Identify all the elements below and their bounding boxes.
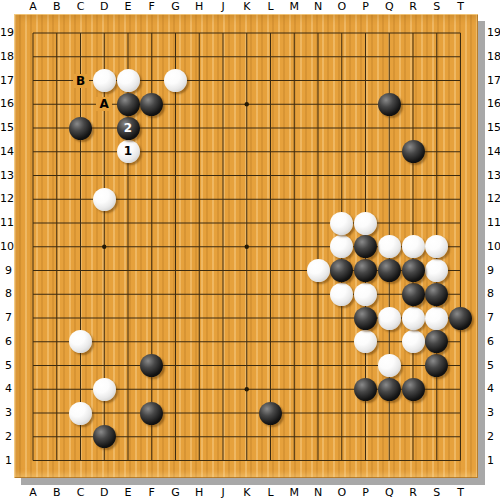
coord-left-12: 12	[0, 192, 12, 206]
stone-white-D4	[93, 378, 116, 401]
coord-top-Q: Q	[380, 0, 398, 14]
coord-left-5: 5	[0, 359, 12, 373]
coord-right-8: 8	[487, 287, 500, 301]
coord-top-L: L	[262, 0, 280, 14]
coord-bottom-J: J	[214, 486, 232, 500]
coord-top-H: H	[190, 0, 208, 14]
coord-left-6: 6	[0, 335, 12, 349]
stone-black-F16	[140, 93, 163, 116]
coord-bottom-D: D	[95, 486, 113, 500]
coord-top-F: F	[143, 0, 161, 14]
coord-right-14: 14	[487, 145, 500, 159]
coord-right-10: 10	[487, 240, 500, 254]
coord-top-M: M	[285, 0, 303, 14]
coord-top-R: R	[404, 0, 422, 14]
coord-bottom-N: N	[309, 486, 327, 500]
coord-bottom-R: R	[404, 486, 422, 500]
coord-bottom-Q: Q	[380, 486, 398, 500]
coord-bottom-B: B	[48, 486, 66, 500]
coord-top-E: E	[119, 0, 137, 14]
coord-top-D: D	[95, 0, 113, 14]
stone-white-Q10	[378, 235, 401, 258]
stone-black-E16	[117, 93, 140, 116]
coord-top-G: G	[167, 0, 185, 14]
coord-right-4: 4	[487, 382, 500, 396]
star-point-K10	[245, 245, 249, 249]
coord-bottom-P: P	[357, 486, 375, 500]
point-label-A-D16: A	[96, 97, 112, 111]
stone-black-Q16	[378, 93, 401, 116]
stone-black-P9	[354, 259, 377, 282]
coord-bottom-G: G	[167, 486, 185, 500]
coord-right-11: 11	[487, 216, 500, 230]
stone-black-R14	[402, 140, 425, 163]
coord-right-9: 9	[487, 264, 500, 278]
stone-white-S7	[425, 307, 448, 330]
stone-black-P7	[354, 307, 377, 330]
stone-white-O11	[330, 212, 353, 235]
coord-left-14: 14	[0, 145, 12, 159]
coord-right-17: 17	[487, 74, 500, 88]
stone-white-P8	[354, 283, 377, 306]
coord-right-6: 6	[487, 335, 500, 349]
coord-bottom-E: E	[119, 486, 137, 500]
coord-right-15: 15	[487, 121, 500, 135]
go-board[interactable]: 12BA	[14, 14, 478, 478]
coord-left-9: 9	[0, 264, 12, 278]
coord-bottom-S: S	[428, 486, 446, 500]
coord-left-2: 2	[0, 430, 12, 444]
coord-top-B: B	[48, 0, 66, 14]
stone-black-D2	[93, 425, 116, 448]
stone-white-O8	[330, 283, 353, 306]
coord-left-17: 17	[0, 74, 12, 88]
stone-white-E14-move-1: 1	[117, 140, 140, 163]
stone-white-C3	[69, 402, 92, 425]
stone-white-Q5	[378, 354, 401, 377]
coord-top-T: T	[452, 0, 470, 14]
stone-white-Q7	[378, 307, 401, 330]
star-point-K16	[245, 102, 249, 106]
coord-right-1: 1	[487, 454, 500, 468]
coord-left-8: 8	[0, 287, 12, 301]
stone-black-Q9	[378, 259, 401, 282]
coord-left-3: 3	[0, 406, 12, 420]
stone-white-R6	[402, 330, 425, 353]
coord-left-18: 18	[0, 50, 12, 64]
stone-black-F3	[140, 402, 163, 425]
coord-top-A: A	[24, 0, 42, 14]
stone-black-C15	[69, 117, 92, 140]
stone-black-E15-move-2: 2	[117, 117, 140, 140]
coord-right-16: 16	[487, 97, 500, 111]
stone-white-N9	[307, 259, 330, 282]
coord-right-13: 13	[487, 169, 500, 183]
coord-bottom-L: L	[262, 486, 280, 500]
stone-black-Q4	[378, 378, 401, 401]
coord-bottom-K: K	[238, 486, 256, 500]
stone-white-G17	[164, 69, 187, 92]
coord-left-13: 13	[0, 169, 12, 183]
coord-top-O: O	[333, 0, 351, 14]
coord-bottom-M: M	[285, 486, 303, 500]
stone-black-R9	[402, 259, 425, 282]
coord-top-N: N	[309, 0, 327, 14]
stone-white-E17	[117, 69, 140, 92]
coord-left-4: 4	[0, 382, 12, 396]
coord-right-18: 18	[487, 50, 500, 64]
coord-top-C: C	[72, 0, 90, 14]
coord-top-P: P	[357, 0, 375, 14]
coord-top-S: S	[428, 0, 446, 14]
coord-left-1: 1	[0, 454, 12, 468]
coord-right-3: 3	[487, 406, 500, 420]
stone-white-D17	[93, 69, 116, 92]
coord-bottom-T: T	[452, 486, 470, 500]
coord-bottom-O: O	[333, 486, 351, 500]
stone-black-S8	[425, 283, 448, 306]
coord-right-7: 7	[487, 311, 500, 325]
coord-right-19: 19	[487, 26, 500, 40]
coord-right-5: 5	[487, 359, 500, 373]
coord-bottom-F: F	[143, 486, 161, 500]
stone-black-R4	[402, 378, 425, 401]
coord-left-16: 16	[0, 97, 12, 111]
stone-white-R10	[402, 235, 425, 258]
coord-left-7: 7	[0, 311, 12, 325]
stone-white-P11	[354, 212, 377, 235]
coord-bottom-H: H	[190, 486, 208, 500]
coord-bottom-C: C	[72, 486, 90, 500]
stone-black-R8	[402, 283, 425, 306]
coord-left-19: 19	[0, 26, 12, 40]
star-point-K4	[245, 387, 249, 391]
coord-bottom-A: A	[24, 486, 42, 500]
coord-left-10: 10	[0, 240, 12, 254]
stone-black-L3	[259, 402, 282, 425]
coord-left-15: 15	[0, 121, 12, 135]
coord-top-J: J	[214, 0, 232, 14]
star-point-D10	[102, 245, 106, 249]
stone-white-R7	[402, 307, 425, 330]
coord-right-2: 2	[487, 430, 500, 444]
stone-white-D12	[93, 188, 116, 211]
coord-left-11: 11	[0, 216, 12, 230]
stone-black-T7	[449, 307, 472, 330]
point-label-B-C17: B	[73, 74, 89, 88]
coord-right-12: 12	[487, 192, 500, 206]
stone-black-P4	[354, 378, 377, 401]
coord-top-K: K	[238, 0, 256, 14]
